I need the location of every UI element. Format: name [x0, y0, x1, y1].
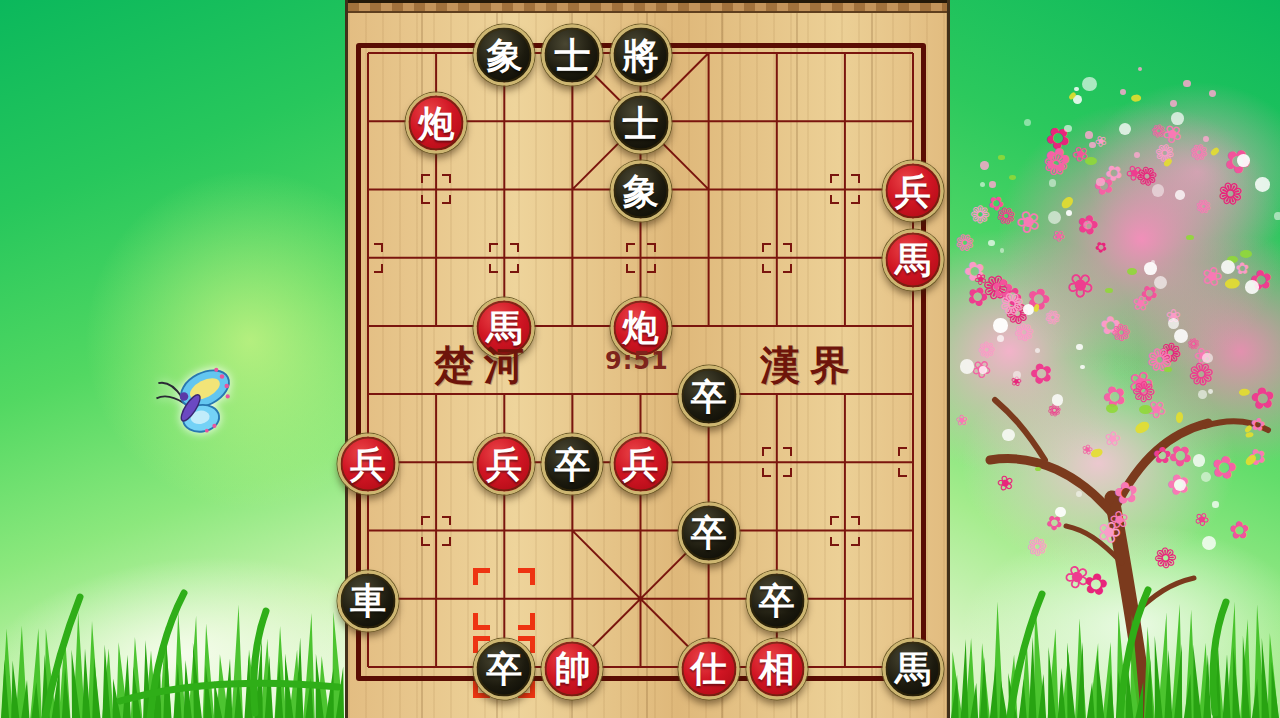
pink-dot — [1120, 89, 1126, 95]
blossom-flower: ❁ — [1147, 121, 1167, 139]
piece-black-elephant[interactable]: 象 — [474, 25, 535, 86]
piece-red-soldier[interactable]: 兵 — [883, 161, 944, 222]
piece-black-advisor[interactable]: 士 — [542, 25, 603, 86]
point-marker — [626, 264, 635, 273]
point-marker — [510, 243, 519, 252]
blossom-flower: ❁ — [1153, 544, 1178, 573]
point-marker — [762, 243, 771, 252]
last-move-marker — [473, 568, 490, 585]
grass — [0, 583, 345, 718]
blossom-flower: ❁ — [1131, 379, 1156, 408]
bokeh-dot — [1202, 536, 1216, 550]
pink-dot — [980, 161, 988, 169]
point-marker — [783, 243, 792, 252]
point-marker — [374, 264, 383, 273]
last-move-marker — [473, 613, 490, 630]
piece-black-advisor[interactable]: 士 — [610, 93, 671, 154]
piece-red-general[interactable]: 帥 — [542, 638, 603, 699]
point-marker — [647, 243, 656, 252]
point-marker — [783, 264, 792, 273]
bokeh-dot — [993, 318, 1007, 332]
blossom-flower: ❀ — [1105, 508, 1131, 531]
point-marker — [851, 195, 860, 204]
bokeh-dot — [1152, 184, 1164, 196]
blossom-flower: ❀ — [995, 474, 1017, 493]
leaf-dot — [1106, 404, 1118, 412]
point-marker — [421, 516, 430, 525]
bokeh-dot — [1064, 125, 1072, 133]
bokeh-dot — [1144, 262, 1157, 275]
piece-black-elephant[interactable]: 象 — [610, 161, 671, 222]
point-marker — [762, 264, 771, 273]
river-label-han: 漢界 — [760, 338, 860, 393]
bokeh-dot — [1212, 501, 1219, 508]
last-move-marker — [518, 613, 535, 630]
point-marker — [851, 174, 860, 183]
piece-red-soldier[interactable]: 兵 — [610, 434, 671, 495]
game-screen: ❁✿❀❀✿❁❀✿❀❀✿✿❁❁✿❀✿✿✿❁❁❀✿❀✿❁✿❁✿✿❁✿✿❀❁❁❀✿❀❁… — [0, 0, 1280, 718]
bokeh-dot — [988, 240, 995, 247]
point-marker — [830, 174, 839, 183]
bokeh-dot — [960, 359, 974, 373]
piece-black-soldier[interactable]: 卒 — [542, 434, 603, 495]
bokeh-dot — [1202, 353, 1212, 363]
bokeh-dot — [1000, 248, 1004, 252]
point-marker — [442, 174, 451, 183]
bokeh-dot — [1255, 177, 1270, 192]
piece-black-soldier[interactable]: 卒 — [678, 502, 739, 563]
leaf-dot — [998, 155, 1004, 159]
piece-red-advisor[interactable]: 仕 — [678, 638, 739, 699]
point-marker — [898, 468, 907, 477]
piece-black-chariot[interactable]: 車 — [338, 570, 399, 631]
piece-black-soldier[interactable]: 卒 — [474, 638, 535, 699]
pink-dot — [1134, 152, 1140, 158]
point-marker — [898, 447, 907, 456]
point-marker — [442, 195, 451, 204]
leaf-dot — [1139, 405, 1152, 414]
leaf-dot — [1085, 157, 1097, 165]
pink-dot — [989, 181, 996, 188]
leaf-dot — [1186, 235, 1194, 241]
leaf-dot — [1105, 288, 1112, 293]
blossom-flower: ❁ — [975, 340, 998, 359]
point-marker — [626, 243, 635, 252]
point-marker — [830, 537, 839, 546]
bokeh-dot — [1208, 389, 1213, 394]
game-timer: 9:51 — [605, 347, 669, 375]
bokeh-dot — [1023, 304, 1034, 315]
river-label-chu: 楚河 — [434, 338, 534, 393]
point-marker — [762, 447, 771, 456]
point-marker — [421, 195, 430, 204]
piece-black-general[interactable]: 將 — [610, 25, 671, 86]
pink-dot — [1085, 131, 1093, 139]
piece-red-horse[interactable]: 馬 — [883, 229, 944, 290]
point-marker — [442, 516, 451, 525]
last-move-marker — [518, 568, 535, 585]
point-marker — [489, 243, 498, 252]
bokeh-dot — [1052, 394, 1063, 405]
blossom-flower: ✿ — [1112, 477, 1142, 510]
bokeh-dot — [1074, 87, 1079, 92]
point-marker — [489, 264, 498, 273]
point-marker — [830, 195, 839, 204]
bokeh-dot — [1175, 190, 1184, 199]
point-marker — [421, 174, 430, 183]
point-marker — [851, 516, 860, 525]
bokeh-dot — [1154, 276, 1167, 289]
piece-black-soldier[interactable]: 卒 — [678, 366, 739, 427]
pink-dot — [1096, 178, 1105, 187]
piece-black-soldier[interactable]: 卒 — [746, 570, 807, 631]
piece-red-soldier[interactable]: 兵 — [338, 434, 399, 495]
bokeh-dot — [1048, 211, 1061, 224]
bokeh-dot — [1024, 119, 1031, 126]
butterfly-icon — [146, 356, 241, 454]
bokeh-dot — [1171, 112, 1184, 125]
piece-black-horse[interactable]: 馬 — [883, 638, 944, 699]
point-marker — [510, 264, 519, 273]
bokeh-dot — [1274, 212, 1280, 220]
point-marker — [762, 468, 771, 477]
bokeh-dot — [1245, 280, 1259, 294]
piece-red-soldier[interactable]: 兵 — [474, 434, 535, 495]
pink-dot — [1203, 136, 1209, 142]
piece-red-elephant[interactable]: 相 — [746, 638, 807, 699]
leaf-dot — [1240, 250, 1251, 258]
point-marker — [830, 516, 839, 525]
point-marker — [851, 537, 860, 546]
point-marker — [783, 468, 792, 477]
blossom-flower: ✿ — [1075, 213, 1102, 236]
bokeh-dot — [1076, 344, 1083, 351]
pink-dot — [1183, 80, 1191, 88]
point-marker — [442, 537, 451, 546]
grass — [950, 578, 1280, 718]
point-marker — [783, 447, 792, 456]
yellow-dot — [1131, 94, 1141, 101]
bokeh-dot — [1080, 365, 1084, 369]
point-marker — [421, 537, 430, 546]
piece-red-cannon[interactable]: 炮 — [406, 93, 467, 154]
blossom-flower: ✿ — [1153, 444, 1172, 467]
bokeh-dot — [997, 335, 1004, 342]
point-marker — [374, 243, 383, 252]
blossom-flower: ✿ — [1092, 240, 1109, 255]
bokeh-dot — [1002, 429, 1015, 442]
bokeh-dot — [1174, 329, 1188, 343]
point-marker — [647, 264, 656, 273]
bokeh-dot — [1237, 154, 1250, 167]
